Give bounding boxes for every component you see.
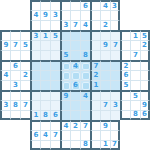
cell-r11c0[interactable] [0,110,10,120]
cell-r3c7[interactable] [70,30,80,40]
void-r14c1 [10,140,20,150]
cell-r12c6[interactable]: 4 [60,120,70,130]
void-r13c1 [10,130,20,140]
cell-r6c14[interactable] [140,60,150,70]
given-digit: 4 [4,72,9,79]
cell-r2c5[interactable] [50,20,60,30]
given-digit: 3 [112,3,117,10]
cell-r0c4[interactable] [40,0,50,10]
cell-r9c2[interactable] [20,90,30,100]
given-digit: 4 [34,12,39,19]
cell-r5c6[interactable]: 5 [60,50,70,60]
cell-r10c0[interactable]: 3 [0,100,10,110]
cell-r1c5[interactable]: 3 [50,10,60,20]
cell-r9c7[interactable] [70,90,80,100]
cell-r6c0[interactable] [0,60,10,70]
cell-r9c4[interactable] [40,90,50,100]
cell-r7c11[interactable] [110,70,120,80]
cell-r2c4[interactable] [40,20,50,30]
given-digit: 9 [142,102,147,109]
cell-r13c5[interactable]: 7 [50,130,60,140]
cell-r4c6[interactable] [60,40,70,50]
given-digit: 2 [124,63,129,70]
given-digit: 5 [124,82,129,89]
given-digit: 6 [13,63,18,70]
cell-r6c9[interactable]: 7 [90,60,100,70]
cell-r5c7[interactable] [70,50,80,60]
cell-r8c8[interactable] [80,80,90,90]
cell-r8c14[interactable] [140,80,150,90]
cell-r14c3[interactable] [30,140,40,150]
selected-box-cell: 6 [72,82,80,90]
cell-r13c8[interactable] [80,130,90,140]
cell-r2c8[interactable]: 4 [80,20,90,30]
given-digit: 3 [4,102,9,109]
cell-r14c8[interactable]: 8 [80,140,90,150]
given-digit: 8 [43,112,48,119]
given-digit: 8 [13,102,18,109]
cell-r5c10[interactable] [100,50,110,60]
void-r2c0 [0,20,10,30]
given-digit: 4 [73,63,78,70]
void-r14c13 [130,140,140,150]
cell-r0c8[interactable]: 6 [80,0,90,10]
given-digit: 7 [94,63,99,70]
cell-r8c1[interactable]: 3 [10,80,20,90]
cell-r5c0[interactable] [0,50,10,60]
void-r12c14 [140,120,150,130]
cell-r4c11[interactable]: 7 [110,40,120,50]
cell-r10c2[interactable]: 7 [20,100,30,110]
cell-r1c7[interactable] [70,10,80,20]
cell-r5c4[interactable] [40,50,50,60]
given-digit: 2 [94,72,99,79]
cell-r12c11[interactable] [110,120,120,130]
cell-r12c7[interactable]: 2 [70,120,80,130]
cell-r10c14[interactable]: 9 [140,100,150,110]
cell-r3c3[interactable]: 3 [30,30,40,40]
selected-box-cell: 4 [72,63,80,70]
cell-r2c9[interactable] [90,20,100,30]
cell-r12c5[interactable] [50,120,60,130]
given-digit: 7 [83,123,88,130]
void-r2c12 [120,20,130,30]
void-r1c14 [140,10,150,20]
cell-r9c3[interactable] [30,90,40,100]
cell-r1c10[interactable] [100,10,110,20]
cell-r5c1[interactable] [10,50,20,60]
cell-r9c1[interactable] [10,90,20,100]
void-r0c1 [10,0,20,10]
cell-r7c4[interactable] [40,70,50,80]
cell-r7c1[interactable] [10,70,20,80]
selected-box-cell [63,63,70,70]
cell-r3c10[interactable] [100,30,110,40]
cell-r10c6[interactable] [60,100,70,110]
cell-r12c10[interactable]: 9 [100,120,110,130]
cell-r5c14[interactable] [140,50,150,60]
cell-r6c2[interactable] [20,60,30,70]
cell-r4c0[interactable]: 9 [0,40,10,50]
cell-r10c1[interactable]: 8 [10,100,20,110]
void-r13c13 [130,130,140,140]
cell-r1c11[interactable] [110,10,120,20]
cell-r4c14[interactable]: 2 [140,40,150,50]
cell-r2c3[interactable] [30,20,40,30]
given-digit: 2 [142,42,147,49]
cell-r3c1[interactable] [10,30,20,40]
cell-r3c12[interactable] [120,30,130,40]
void-r0c12 [120,0,130,10]
void-r14c12 [120,140,130,150]
cell-r7c9[interactable]: 2 [90,70,100,80]
void-r13c12 [120,130,130,140]
cell-r0c10[interactable]: 4 [100,0,110,10]
void-r0c13 [130,0,140,10]
cell-r7c13[interactable] [130,70,140,80]
cell-r9c8[interactable]: 4 [80,90,90,100]
cell-r4c9[interactable] [90,40,100,50]
cell-r3c0[interactable] [0,30,10,40]
cell-r10c3[interactable] [30,100,40,110]
cell-r7c8[interactable] [80,70,90,80]
void-r0c14 [140,0,150,10]
cell-r11c5[interactable]: 6 [50,110,60,120]
cell-r5c2[interactable] [20,50,30,60]
void-r12c13 [130,120,140,130]
given-digit: 7 [103,102,108,109]
cell-r6c4[interactable] [40,60,50,70]
cell-r5c5[interactable] [50,50,60,60]
cell-r10c7[interactable] [70,100,80,110]
void-r2c14 [140,20,150,30]
given-digit: 8 [83,52,88,59]
cell-r0c6[interactable] [60,0,70,10]
void-r14c2 [20,140,30,150]
given-digit: 3 [53,12,58,19]
given-digit: 5 [142,33,147,40]
given-digit: 8 [83,141,88,148]
cell-r7c2[interactable]: 2 [20,70,30,80]
cell-r8c13[interactable] [130,80,140,90]
cell-r12c4[interactable] [40,120,50,130]
void-r12c12 [120,120,130,130]
cell-r12c9[interactable] [90,120,100,130]
cell-r10c9[interactable] [90,100,100,110]
given-digit: 7 [73,22,78,29]
given-digit: 1 [94,82,99,89]
cell-r11c14[interactable]: 6 [140,110,150,120]
cell-r11c9[interactable] [90,110,100,120]
cell-r9c9[interactable] [90,90,100,100]
void-r13c2 [20,130,30,140]
cell-r4c4[interactable] [40,40,50,50]
given-digit: 4 [83,93,88,100]
cell-r6c3[interactable] [30,60,40,70]
given-digit: 4 [83,22,88,29]
void-r1c13 [130,10,140,20]
cell-r1c8[interactable] [80,10,90,20]
given-digit: 5 [23,42,28,49]
cell-r1c4[interactable]: 9 [40,10,50,20]
cell-r8c7[interactable]: 6 [70,80,80,90]
given-digit: 8 [133,111,138,118]
cell-r11c8[interactable] [80,110,90,120]
given-digit: 4 [43,132,48,139]
cell-r1c9[interactable] [90,10,100,20]
cell-r11c4[interactable]: 8 [40,110,50,120]
cell-r6c5[interactable] [50,60,60,70]
cell-r11c10[interactable] [100,110,110,120]
void-r12c1 [10,120,20,130]
cell-r3c6[interactable] [60,30,70,40]
void-r14c0 [0,140,10,150]
cell-r0c3[interactable] [30,0,40,10]
given-digit: 7 [23,102,28,109]
cell-r10c4[interactable] [40,100,50,110]
cell-r7c14[interactable] [140,70,150,80]
given-digit: 7 [53,132,58,139]
given-digit: 1 [103,141,108,148]
cell-r13c3[interactable]: 6 [30,130,40,140]
given-digit: 9 [64,93,69,100]
cell-r4c8[interactable] [80,40,90,50]
given-digit: 6 [142,111,147,118]
cell-r9c0[interactable] [0,90,10,100]
void-r13c14 [140,130,150,140]
cell-r0c11[interactable]: 3 [110,0,120,10]
cell-r8c3[interactable] [30,80,40,90]
void-r12c0 [0,120,10,130]
void-r1c12 [120,10,130,20]
cell-r10c5[interactable] [50,100,60,110]
selected-box-cell [82,82,90,90]
cell-r14c4[interactable] [40,140,50,150]
cell-r14c9[interactable] [90,140,100,150]
cell-r3c14[interactable]: 5 [140,30,150,40]
cell-r10c8[interactable] [80,100,90,110]
cell-r6c7[interactable]: 4 [70,60,80,70]
cell-r13c11[interactable] [110,130,120,140]
selected-box-cell [82,63,90,70]
cell-r3c9[interactable] [90,30,100,40]
given-digit: 9 [4,42,9,49]
cell-r1c3[interactable]: 4 [30,10,40,20]
cell-r3c11[interactable] [110,30,120,40]
given-digit: 6 [83,3,88,10]
cell-r11c12[interactable] [120,110,130,120]
void-r2c1 [10,20,20,30]
cell-r9c13[interactable]: 5 [130,90,140,100]
cell-r10c11[interactable]: 3 [110,100,120,110]
cell-r10c10[interactable]: 7 [100,100,110,110]
cell-r7c0[interactable]: 4 [0,70,10,80]
cell-r6c12[interactable]: 2 [120,60,130,70]
cell-r3c4[interactable]: 1 [40,30,50,40]
cell-r4c10[interactable]: 9 [100,40,110,50]
cell-r6c6[interactable] [60,60,70,70]
given-digit: 3 [34,33,39,40]
cell-r13c4[interactable]: 4 [40,130,50,140]
given-digit: 6 [124,72,129,79]
given-digit: 6 [53,112,58,119]
cell-r2c6[interactable]: 3 [60,20,70,30]
cell-r5c13[interactable]: 7 [130,50,140,60]
cell-r4c2[interactable]: 5 [20,40,30,50]
void-r12c2 [20,120,30,130]
cell-r0c9[interactable] [90,0,100,10]
cell-r9c11[interactable] [110,90,120,100]
given-digit: 5 [64,52,69,59]
cell-r7c7[interactable] [70,70,80,80]
cell-r6c11[interactable] [110,60,120,70]
void-r14c14 [140,140,150,150]
cell-r9c5[interactable] [50,90,60,100]
selected-box-cell [82,72,90,80]
given-digit: 2 [23,72,28,79]
given-digit: 1 [34,112,39,119]
cell-r11c3[interactable]: 1 [30,110,40,120]
given-digit: 4 [103,3,108,10]
given-digit: 9 [103,123,108,130]
cell-r8c0[interactable] [0,80,10,90]
given-digit: 6 [73,82,78,89]
cell-r12c3[interactable] [30,120,40,130]
cell-r12c8[interactable]: 7 [80,120,90,130]
cell-r6c1[interactable]: 6 [10,60,20,70]
void-r1c2 [20,10,30,20]
given-digit: 1 [43,33,48,40]
given-digit: 3 [64,22,69,29]
cell-r6c10[interactable] [100,60,110,70]
void-r1c1 [10,10,20,20]
cell-r7c3[interactable] [30,70,40,80]
cell-r8c5[interactable] [50,80,60,90]
cell-r13c10[interactable] [100,130,110,140]
cell-r9c14[interactable] [140,90,150,100]
cell-r11c13[interactable]: 8 [130,110,140,120]
selected-box-cell [63,72,70,80]
cell-r8c10[interactable] [100,80,110,90]
cell-r11c1[interactable] [10,110,20,120]
cell-r1c6[interactable] [60,10,70,20]
cell-r13c6[interactable] [60,130,70,140]
given-digit: 3 [13,82,18,89]
given-digit: 2 [73,123,78,130]
given-digit: 4 [64,123,69,130]
cell-r8c11[interactable] [110,80,120,90]
given-digit: 7 [112,141,117,148]
cell-r14c10[interactable]: 1 [100,140,110,150]
cell-r10c13[interactable] [130,100,140,110]
selected-box-cell [63,82,70,90]
void-r2c2 [20,20,30,30]
cell-r5c12[interactable] [120,50,130,60]
given-digit: 3 [113,102,118,109]
cell-r3c2[interactable] [20,30,30,40]
cell-r11c6[interactable] [60,110,70,120]
sudoku-board: 6434933742315159759725876472422636159453… [0,0,150,150]
cell-r14c6[interactable] [60,140,70,150]
cell-r4c13[interactable] [130,40,140,50]
cell-r13c7[interactable] [70,130,80,140]
cell-r7c10[interactable] [100,70,110,80]
cell-r0c7[interactable] [70,0,80,10]
given-digit: 2 [103,22,108,29]
cell-r5c3[interactable] [30,50,40,60]
void-r0c2 [20,0,30,10]
cell-r11c2[interactable] [20,110,30,120]
cell-r6c13[interactable] [130,60,140,70]
cell-r9c6[interactable]: 9 [60,90,70,100]
given-digit: 9 [103,42,108,49]
cell-r4c5[interactable] [50,40,60,50]
cell-r10c12[interactable] [120,100,130,110]
cell-r5c9[interactable] [90,50,100,60]
given-digit: 6 [34,132,39,139]
cell-r11c7[interactable] [70,110,80,120]
cell-r9c10[interactable] [100,90,110,100]
given-digit: 9 [43,12,48,19]
cell-r2c11[interactable] [110,20,120,30]
cell-r8c6[interactable] [60,80,70,90]
cell-r14c11[interactable]: 7 [110,140,120,150]
cell-r4c1[interactable]: 7 [10,40,20,50]
given-digit: 7 [13,42,18,49]
cell-r9c12[interactable] [120,90,130,100]
given-digit: 1 [133,33,138,40]
given-digit: 7 [133,52,138,59]
cell-r7c12[interactable]: 6 [120,70,130,80]
cell-r6c8[interactable] [80,60,90,70]
cell-r8c12[interactable]: 5 [120,80,130,90]
cell-r0c5[interactable] [50,0,60,10]
void-r13c0 [0,130,10,140]
cell-r2c10[interactable]: 2 [100,20,110,30]
cell-r5c11[interactable] [110,50,120,60]
cell-r7c5[interactable] [50,70,60,80]
cell-r4c7[interactable] [70,40,80,50]
cell-r8c9[interactable]: 1 [90,80,100,90]
cell-r14c7[interactable] [70,140,80,150]
cell-r2c7[interactable]: 7 [70,20,80,30]
given-digit: 7 [113,42,118,49]
given-digit: 5 [53,33,58,40]
cell-r4c12[interactable] [120,40,130,50]
cell-r11c11[interactable] [110,110,120,120]
cell-r8c4[interactable] [40,80,50,90]
cell-r13c9[interactable] [90,130,100,140]
cell-r3c13[interactable]: 1 [130,30,140,40]
cell-r7c6[interactable] [60,70,70,80]
selected-box-cell [72,72,80,80]
cell-r3c8[interactable] [80,30,90,40]
void-r2c13 [130,20,140,30]
cell-r3c5[interactable]: 5 [50,30,60,40]
void-r1c0 [0,10,10,20]
void-r0c0 [0,0,10,10]
cell-r4c3[interactable] [30,40,40,50]
given-digit: 5 [133,93,138,100]
cell-r14c5[interactable] [50,140,60,150]
cell-r5c8[interactable]: 8 [80,50,90,60]
cell-r8c2[interactable] [20,80,30,90]
